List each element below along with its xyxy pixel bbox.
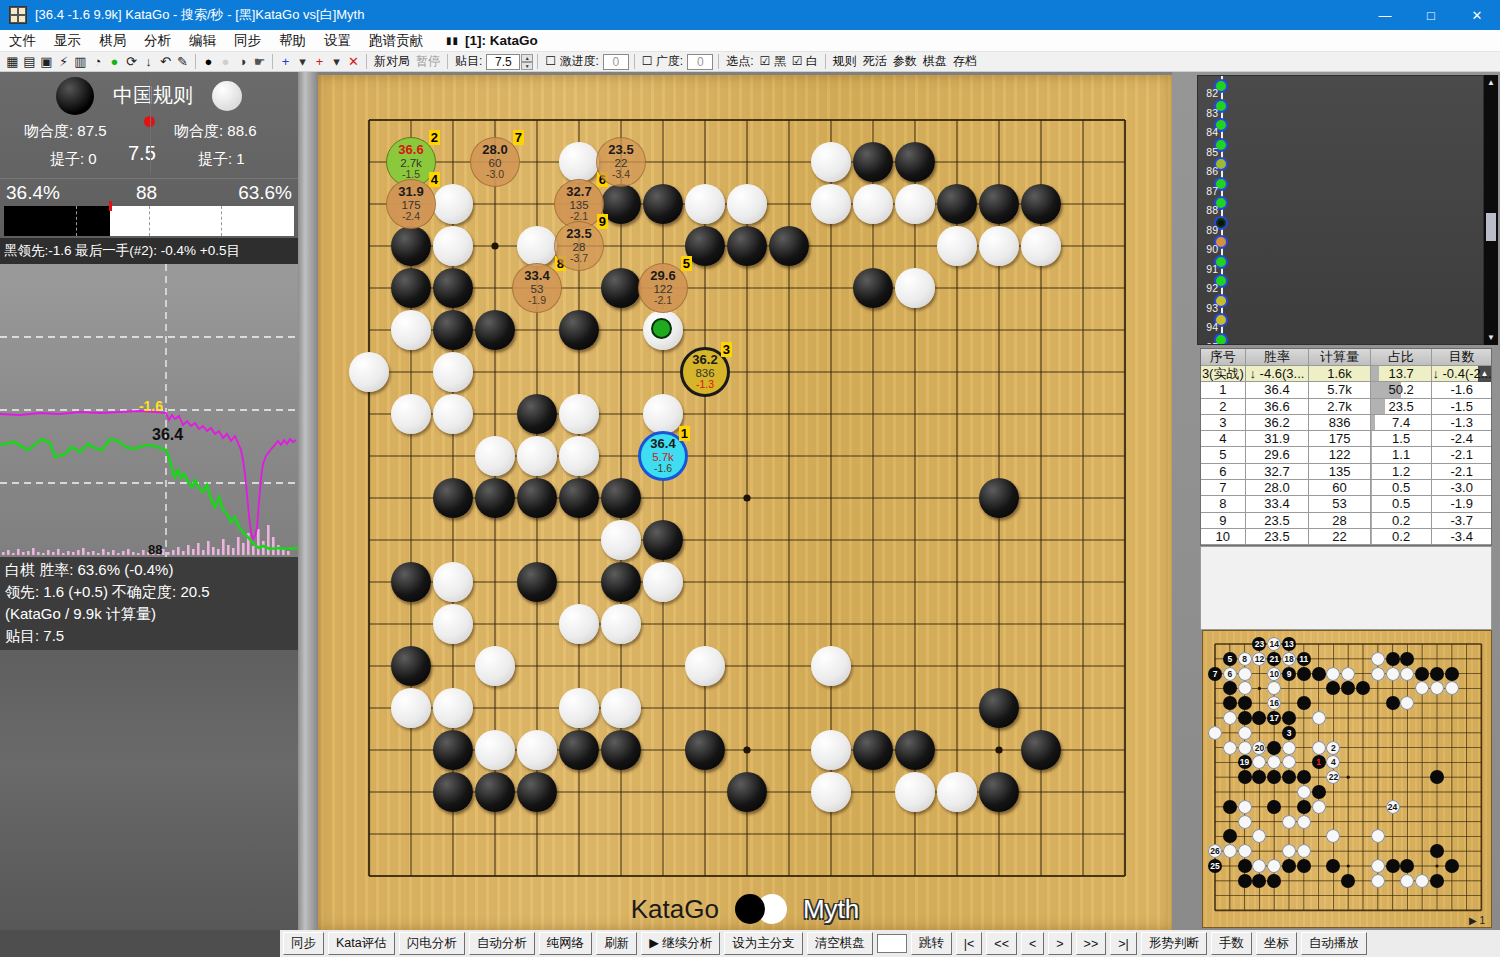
pick-black-checkbox[interactable]: ☑ 黑 (760, 53, 786, 70)
pause-button[interactable]: 暂停 (416, 53, 440, 70)
white-stone (433, 394, 473, 434)
table-row[interactable]: 728.0600.5-3.0 (1201, 480, 1491, 496)
move-node-label: 90 (1198, 243, 1218, 255)
bottom-button-Kata评估[interactable]: Kata评估 (328, 932, 395, 955)
table-cell: 60 (1309, 480, 1371, 495)
white-stone (811, 730, 851, 770)
pv-move-6: 6 (1223, 667, 1237, 681)
bottom-button->>[interactable]: >> (1076, 932, 1107, 955)
white-stone (559, 394, 599, 434)
black-player-stone-icon (56, 77, 94, 115)
toolbar-separator (718, 54, 719, 69)
menu-item-帮助[interactable]: 帮助 (270, 32, 315, 50)
red-cross-icon[interactable]: + (311, 53, 328, 71)
cell-text: 3 (1219, 415, 1226, 430)
bottom-button-自动分析[interactable]: 自动分析 (469, 932, 535, 955)
mini-stone (1386, 696, 1400, 710)
scroll-up-icon[interactable]: ▲ (1484, 75, 1498, 90)
table-cell: ↓ -0.4(-2... (1432, 366, 1491, 381)
white-stone (601, 604, 641, 644)
occupancy-bar (1371, 399, 1385, 414)
white-stone (685, 646, 725, 686)
cell-text: -3.0 (1451, 480, 1473, 495)
bottom-button-纯网络[interactable]: 纯网络 (539, 932, 593, 955)
menu-item-同步[interactable]: 同步 (225, 32, 270, 50)
blue-cross-icon[interactable]: + (277, 53, 294, 71)
toolbar-link-存档[interactable]: 存档 (953, 53, 977, 70)
table-row[interactable]: 136.45.7k50.2-1.6 (1201, 382, 1491, 398)
cell-text: 0.5 (1392, 496, 1410, 511)
move-node-label: 89 (1198, 224, 1218, 236)
breadth-input[interactable]: 0 (687, 54, 713, 70)
edit-icon[interactable]: ✎ (174, 53, 191, 71)
mini-stone (1223, 800, 1237, 814)
breadth-checkbox[interactable]: ☐ 广度: (642, 53, 683, 70)
pv-move-24: 24 (1386, 800, 1400, 814)
mini-stone (1400, 667, 1414, 681)
dropdown-icon[interactable]: ▾ (294, 53, 311, 71)
mini-stone (1267, 741, 1281, 755)
cell-text: 10 (1216, 529, 1230, 544)
table-cell: 1.2 (1371, 464, 1433, 479)
cell-text: 8 (1219, 496, 1226, 511)
chart-icon[interactable]: ▥ (72, 53, 89, 71)
bottom-button-刷新[interactable]: 刷新 (596, 932, 637, 955)
analysis-info-block: 白棋 胜率: 63.6% (-0.4%) 领先: 1.6 (+0.5) 不确定度… (0, 557, 298, 650)
jump-move-input[interactable] (877, 934, 907, 953)
table-row[interactable]: 236.62.7k23.5-1.5 (1201, 399, 1491, 415)
table-cell: 占比 (1371, 349, 1433, 365)
menu-item-分析[interactable]: 分析 (135, 32, 180, 50)
hand-icon[interactable]: ☛ (251, 53, 268, 71)
bar-gridline (221, 206, 222, 236)
mini-stone (1371, 859, 1385, 873)
mini-stone (1238, 711, 1252, 725)
candidate-move-8[interactable]: 33.453-1.98 (512, 263, 562, 313)
cell-text: 36.4 (1264, 382, 1289, 397)
menu-item-文件[interactable]: 文件 (0, 32, 45, 50)
undo-icon[interactable]: ↶ (157, 53, 174, 71)
open-folder-icon[interactable]: ▤ (21, 53, 38, 71)
white-stone (937, 226, 977, 266)
candidate-line: 23.5 (597, 143, 645, 157)
mini-stone (1445, 667, 1459, 681)
toolbar-link-死活[interactable]: 死活 (863, 53, 887, 70)
mini-stone (1297, 859, 1311, 873)
winrate-graph[interactable]: -1.636.488 (0, 264, 298, 557)
occupancy-bar (1371, 431, 1372, 446)
table-row[interactable]: 529.61221.1-2.1 (1201, 447, 1491, 463)
panel-splitter[interactable] (298, 72, 318, 930)
mini-stone (1238, 770, 1252, 784)
table-cell: -2.4 (1432, 431, 1491, 446)
menu-item-设置[interactable]: 设置 (315, 32, 360, 50)
candidate-line: -1.3 (683, 379, 727, 390)
pv-move-13: 13 (1282, 637, 1296, 651)
pv-move-2: 2 (1326, 741, 1340, 755)
mini-stone (1312, 741, 1326, 755)
info-line: (KataGo / 9.9k 计算量) (5, 603, 298, 625)
black-stone (601, 268, 641, 308)
cell-text: 1.6k (1327, 366, 1352, 381)
cell-text: 28.0 (1264, 480, 1289, 495)
toolbar-separator (195, 54, 196, 69)
toolbar-link-棋盘[interactable]: 棋盘 (923, 53, 947, 70)
cell-text: 2 (1219, 399, 1226, 414)
bar-gridline (76, 206, 77, 236)
table-cell: 28.0 (1246, 480, 1310, 495)
app-icon (9, 6, 27, 24)
menu-item-棋局[interactable]: 棋局 (90, 32, 135, 50)
mini-stone (1371, 874, 1385, 888)
candidate-line: -3.7 (555, 253, 603, 264)
bottom-toolbar: 同步Kata评估闪电分析自动分析纯网络刷新▶ 继续分析设为主分支清空棋盘跳转|<… (0, 930, 1500, 957)
occupancy-bar (1371, 366, 1379, 381)
engine-status-label: [1]: KataGo (465, 33, 538, 48)
pv-move-1: 1 (1312, 755, 1326, 769)
winrate-graph-svg: -1.636.488 (0, 264, 298, 557)
half-stone-icon[interactable]: ◑ (234, 53, 251, 71)
mini-stone (1238, 859, 1252, 873)
komi-label: 贴目: (455, 53, 482, 70)
table-cell: 3(实战) (1201, 366, 1246, 381)
engine-run-icon[interactable]: ● (106, 53, 123, 71)
table-cell: 0.5 (1371, 496, 1433, 511)
menu-item-显示[interactable]: 显示 (45, 32, 90, 50)
menu-item-跑谱贡献[interactable]: 跑谱贡献 (360, 32, 432, 50)
mini-stone (1238, 800, 1252, 814)
move-list-scrollbar[interactable]: ▲ ▼ (1484, 75, 1498, 345)
black-stone (1021, 184, 1061, 224)
bottom-button-同步[interactable]: 同步 (283, 932, 324, 955)
menu-item-编辑[interactable]: 编辑 (180, 32, 225, 50)
black-stone (391, 226, 431, 266)
title-bar: [36.4 -1.6 9.9k] KataGo - 搜索/秒 - [黑]Kata… (0, 0, 1500, 30)
white-match-rate: 吻合度: 88.6 (174, 122, 257, 141)
candidate-rank-badge: 1 (679, 426, 690, 441)
black-stone (979, 184, 1019, 224)
cell-text: 175 (1329, 431, 1351, 446)
white-stone (559, 604, 599, 644)
white-stone (559, 142, 599, 182)
table-cell: 7 (1201, 480, 1246, 495)
move-node-label: 87 (1198, 185, 1218, 197)
black-stone (601, 478, 641, 518)
bottom-button-<[interactable]: < (1021, 932, 1044, 955)
white-stone (1021, 226, 1061, 266)
refresh-icon[interactable]: ⟳ (123, 53, 140, 71)
bottom-button-继续分析[interactable]: ▶ 继续分析 (641, 932, 720, 955)
candidate-line: 36.6 (387, 143, 435, 157)
cell-text: 29.6 (1264, 447, 1289, 462)
mini-stone (1312, 667, 1326, 681)
variation-mini-board[interactable]: 1234567891011121314161718192021222324252… (1202, 630, 1492, 928)
cell-text: 135 (1329, 464, 1351, 479)
cell-text: 1.1 (1392, 447, 1410, 462)
table-cell: 135 (1309, 464, 1371, 479)
cell-text: 占比 (1388, 349, 1414, 364)
white-stone (391, 394, 431, 434)
mini-stone (1430, 874, 1444, 888)
clock-icon[interactable]: ◔ (89, 53, 106, 71)
white-stone (433, 184, 473, 224)
divider (150, 75, 151, 175)
black-stone (895, 730, 935, 770)
mini-stone (1341, 667, 1355, 681)
cell-text: 28 (1332, 513, 1346, 528)
bottom-button-闪电分析[interactable]: 闪电分析 (399, 932, 465, 955)
white-stone (811, 646, 851, 686)
table-cell: -3.7 (1432, 513, 1491, 528)
black-stone (685, 730, 725, 770)
candidate-move-9[interactable]: 23.528-3.79 (554, 221, 604, 271)
komi-input[interactable]: 7.5 (486, 54, 520, 70)
close-icon[interactable]: ✕ (1454, 0, 1500, 30)
cell-text: -3.7 (1451, 513, 1473, 528)
bottom-button-自动播放[interactable]: 自动播放 (1301, 932, 1367, 955)
engine-status: ▮▮ [1]: KataGo (446, 33, 538, 48)
table-cell: 1.1 (1371, 447, 1433, 462)
mini-stone (1341, 874, 1355, 888)
mini-stone (1238, 815, 1252, 829)
mini-stone (1297, 696, 1311, 710)
white-stone (937, 772, 977, 812)
table-cell: -1.9 (1432, 496, 1491, 511)
candidate-move-7[interactable]: 28.060-3.07 (470, 137, 520, 187)
bottom-left-filler (0, 930, 280, 957)
white-stone (601, 520, 641, 560)
black-stone (853, 730, 893, 770)
black-stone (433, 772, 473, 812)
cell-text: 4 (1219, 431, 1226, 446)
cell-text: 1.2 (1392, 464, 1410, 479)
cell-text: 22 (1332, 529, 1346, 544)
candidate-table[interactable]: 序号胜率计算量占比目数3(实战)↓ -4.6(3...1.6k13.7↓ -0.… (1200, 348, 1492, 546)
table-cell: 23.5 (1246, 513, 1310, 528)
table-cell: -2.1 (1432, 447, 1491, 462)
black-stone (391, 562, 431, 602)
white-stone (349, 352, 389, 392)
right-panel: 8283848586878889909192939495 ▲ ▼ 序号胜率计算量… (1172, 72, 1500, 930)
table-cell: 50.2 (1371, 382, 1433, 397)
candidate-line: 33.4 (513, 269, 561, 283)
cell-text: 53 (1332, 496, 1346, 511)
app-root: [36.4 -1.6 9.9k] KataGo - 搜索/秒 - [黑]Kata… (0, 0, 1500, 957)
delete-icon[interactable]: ✕ (345, 53, 362, 71)
move-node-label: 82 (1198, 87, 1218, 99)
black-stone (475, 772, 515, 812)
mini-stone (1238, 726, 1252, 740)
candidate-line: 23.5 (555, 227, 603, 241)
cell-text: 1.5 (1392, 431, 1410, 446)
candidate-rank-badge: 4 (429, 172, 440, 187)
bottom-button-跳转[interactable]: 跳转 (911, 932, 952, 955)
bottom-button-形势判断[interactable]: 形势判断 (1141, 932, 1207, 955)
toolbar-link-参数[interactable]: 参数 (893, 53, 917, 70)
black-stone (979, 688, 1019, 728)
white-stone (433, 688, 473, 728)
table-cell: 36.4 (1246, 382, 1310, 397)
aggressiveness-input[interactable]: 0 (603, 54, 629, 70)
move-node-label: 94 (1198, 321, 1218, 333)
black-stone (433, 310, 473, 350)
black-stone (433, 730, 473, 770)
white-stone (433, 226, 473, 266)
table-cell: 0.5 (1371, 480, 1433, 495)
candidate-move-4[interactable]: 31.9175-2.44 (386, 179, 436, 229)
bottom-button-清空棋盘[interactable]: 清空棋盘 (807, 932, 873, 955)
cell-text: 23.5 (1264, 513, 1289, 528)
table-row[interactable]: 632.71351.2-2.1 (1201, 464, 1491, 480)
mini-stone (1223, 696, 1237, 710)
cell-text: 6 (1219, 464, 1226, 479)
table-row[interactable]: 1023.5220.2-3.4 (1201, 529, 1491, 545)
black-winrate-label: 36.4% (6, 182, 60, 204)
table-cell: 13.7 (1371, 366, 1433, 381)
black-stone (895, 142, 935, 182)
black-stone (433, 478, 473, 518)
toolbar-separator (447, 54, 448, 69)
scroll-down-icon[interactable]: ▼ (1484, 330, 1498, 345)
save-icon[interactable]: ▣ (38, 53, 55, 71)
table-cell: 22 (1309, 529, 1371, 544)
cell-text: 2.7k (1327, 399, 1352, 414)
candidate-move-x[interactable]: 23.522-3.4 (596, 137, 646, 187)
cell-text: -1.9 (1451, 496, 1473, 511)
dropdown-icon[interactable]: ▾ (328, 53, 345, 71)
mini-stone (1282, 711, 1296, 725)
table-row[interactable]: 923.5280.2-3.7 (1201, 513, 1491, 529)
cell-text: 5 (1219, 447, 1226, 462)
info-line: 白棋 胜率: 63.6% (-0.4%) (5, 559, 298, 581)
table-cell: 8 (1201, 496, 1246, 511)
last-move-marker (651, 318, 672, 339)
lightning-icon[interactable]: ⚡ (55, 53, 72, 71)
candidate-move-3[interactable]: 36.2836-1.33 (680, 347, 730, 397)
table-cell: 序号 (1201, 349, 1246, 365)
toolbar-link-规则[interactable]: 规则 (833, 53, 857, 70)
candidate-line: -2.1 (639, 295, 687, 306)
cell-text: -1.5 (1451, 399, 1473, 414)
table-row[interactable]: 336.28367.4-1.3 (1201, 415, 1491, 431)
open-board-icon[interactable]: ▦ (4, 53, 21, 71)
table-row[interactable]: 3(实战)↓ -4.6(3...1.6k13.7↓ -0.4(-2... (1201, 366, 1491, 382)
move-node-label: 95 (1198, 341, 1218, 346)
go-board[interactable]: KataGo Myth 36.45.7k-1.6136.62.7k-1.5236… (318, 75, 1172, 930)
white-stone (433, 604, 473, 644)
bottom-button-<<[interactable]: << (986, 932, 1017, 955)
white-stone (895, 772, 935, 812)
white-stone (979, 226, 1019, 266)
cell-text: -1.3 (1451, 415, 1473, 430)
candidate-line: -3.4 (597, 169, 645, 180)
table-cell: 0.2 (1371, 513, 1433, 528)
mini-stone (1223, 741, 1237, 755)
black-stone (517, 478, 557, 518)
move-list[interactable]: 8283848586878889909192939495 (1197, 75, 1484, 345)
left-info-panel: 中国规则 吻合度: 87.5 吻合度: 88.6 提子: 0 7.5 提子: 1… (0, 72, 298, 930)
white-stone (601, 688, 641, 728)
svg-text:36.4: 36.4 (152, 426, 183, 443)
candidate-move-5[interactable]: 29.6122-2.15 (638, 263, 688, 313)
mini-stone (1386, 667, 1400, 681)
toolbar-separator (366, 54, 367, 69)
mini-stone (1297, 800, 1311, 814)
mini-stone (1430, 667, 1444, 681)
white-stone-icon[interactable]: ● (217, 53, 234, 71)
cell-text: 3(实战) (1202, 366, 1244, 381)
komi-stepper[interactable]: ▲▼ (521, 54, 533, 70)
white-stone (559, 436, 599, 476)
scrollbar-thumb[interactable] (1486, 213, 1496, 241)
table-cell: 1.6k (1309, 366, 1371, 381)
table-cell: -1.5 (1432, 399, 1491, 414)
cell-text: 胜率 (1264, 349, 1290, 364)
bottom-button->[interactable]: > (1048, 932, 1071, 955)
table-cell: 122 (1309, 447, 1371, 462)
white-stone (643, 394, 683, 434)
table-cell: 5 (1201, 447, 1246, 462)
table-row[interactable]: 833.4530.5-1.9 (1201, 496, 1491, 512)
white-stone (895, 268, 935, 308)
occupancy-bar (1371, 447, 1372, 462)
mini-stone (1223, 711, 1237, 725)
candidate-line: -2.4 (387, 211, 435, 222)
bottom-button-手数[interactable]: 手数 (1211, 932, 1252, 955)
table-header-row: 序号胜率计算量占比目数 (1201, 349, 1491, 366)
table-cell: 36.2 (1246, 415, 1310, 430)
mini-stone (1238, 667, 1252, 681)
bottom-button-设为主分支[interactable]: 设为主分支 (724, 932, 803, 955)
mini-stone (1238, 741, 1252, 755)
pick-white-checkbox[interactable]: ☑ 白 (792, 53, 818, 70)
candidate-move-1[interactable]: 36.45.7k-1.61 (638, 431, 688, 481)
pv-move-7: 7 (1208, 667, 1222, 681)
maximize-icon[interactable]: □ (1408, 0, 1454, 30)
candidate-rank-badge: 3 (721, 342, 732, 357)
candidate-line: 31.9 (387, 185, 435, 199)
bottom-button-坐标[interactable]: 坐标 (1256, 932, 1297, 955)
new-game-button[interactable]: 新对局 (374, 53, 410, 70)
bottom-button->|[interactable]: >| (1110, 932, 1137, 955)
svg-text:-1.6: -1.6 (139, 398, 163, 414)
white-stone (475, 646, 515, 686)
mini-stone (1208, 726, 1222, 740)
occupancy-bar (1371, 464, 1372, 479)
minimize-icon[interactable]: — (1362, 0, 1408, 30)
black-stone-icon[interactable]: ● (200, 53, 217, 71)
bottom-button-|<[interactable]: |< (956, 932, 983, 955)
cell-text: -2.1 (1451, 464, 1473, 479)
mini-stone (1415, 667, 1429, 681)
table-cell: 23.5 (1246, 529, 1310, 544)
mini-stone (1297, 844, 1311, 858)
cell-text: 60 (1332, 480, 1346, 495)
aggressiveness-checkbox[interactable]: ☐ 激进度: (545, 53, 598, 70)
download-icon[interactable]: ↓ (140, 53, 157, 71)
pause-icon[interactable]: ▮▮ (446, 35, 459, 46)
winrate-bar (4, 206, 294, 236)
move-node-label: 86 (1198, 165, 1218, 177)
table-cell: 6 (1201, 464, 1246, 479)
menu-items: 文件显示棋局分析编辑同步帮助设置跑谱贡献 (0, 32, 432, 50)
mini-stone (1297, 667, 1311, 681)
table-cell: 3 (1201, 415, 1246, 430)
table-row[interactable]: 431.91751.5-2.4 (1201, 431, 1491, 447)
candidate-line: -1.9 (513, 295, 561, 306)
mini-stone (1282, 859, 1296, 873)
cell-text: 0.5 (1392, 480, 1410, 495)
